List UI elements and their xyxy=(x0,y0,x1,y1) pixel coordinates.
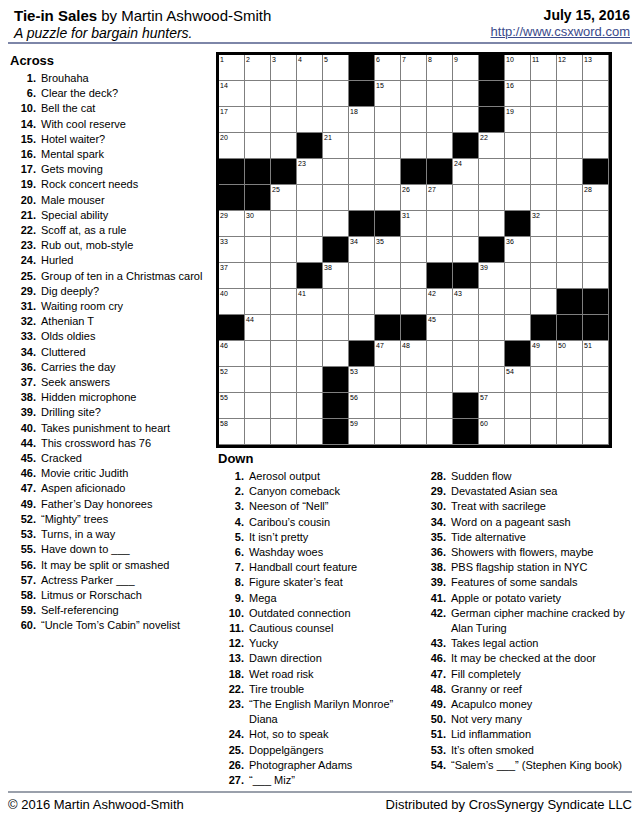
black-cell xyxy=(453,419,479,445)
grid-cell[interactable] xyxy=(271,237,297,263)
grid-cell[interactable]: 9 xyxy=(453,55,479,81)
clue-text: It may be split or smashed xyxy=(41,558,215,573)
grid-cell[interactable] xyxy=(271,107,297,133)
black-cell xyxy=(583,159,609,185)
grid-cell[interactable] xyxy=(323,81,349,107)
grid-cell[interactable]: 10 xyxy=(505,55,531,81)
grid-cell[interactable] xyxy=(375,263,401,289)
cell-number: 26 xyxy=(402,185,410,194)
grid-cell[interactable] xyxy=(531,289,557,315)
grid-cell[interactable] xyxy=(505,315,531,341)
grid-cell[interactable]: 53 xyxy=(349,367,375,393)
clue-text: “___ Miz” xyxy=(249,773,420,788)
clue-text: Tide alternative xyxy=(451,530,632,545)
grid-cell[interactable]: 8 xyxy=(427,55,453,81)
clue: 9.Mega xyxy=(218,591,420,606)
crossword-grid: 1234567891011121314151617181920212223242… xyxy=(216,52,612,448)
clue-text: It’s often smoked xyxy=(451,743,632,758)
grid-cell[interactable] xyxy=(323,315,349,341)
grid-cell[interactable] xyxy=(323,107,349,133)
grid-cell[interactable]: 46 xyxy=(219,341,245,367)
grid-cell[interactable]: 35 xyxy=(375,237,401,263)
clue-number: 32. xyxy=(10,314,36,329)
clue-text: Neeson of “Nell” xyxy=(249,499,420,514)
grid-cell[interactable] xyxy=(427,393,453,419)
grid-cell[interactable] xyxy=(245,367,271,393)
clue-number: 11. xyxy=(218,621,244,636)
grid-cell[interactable] xyxy=(583,107,609,133)
clue-text: Not very many xyxy=(451,712,632,727)
grid-cell[interactable] xyxy=(271,419,297,445)
grid-cell[interactable] xyxy=(245,133,271,159)
grid-cell[interactable] xyxy=(271,211,297,237)
grid-cell[interactable]: 25 xyxy=(271,185,297,211)
grid-cell[interactable] xyxy=(245,393,271,419)
clue: 51.Lid inflammation xyxy=(420,727,632,742)
grid-cell[interactable] xyxy=(453,237,479,263)
black-cell xyxy=(245,185,271,211)
grid-cell[interactable] xyxy=(427,341,453,367)
grid-cell[interactable]: 26 xyxy=(401,185,427,211)
clue-number: 45. xyxy=(10,451,36,466)
clue-text: Litmus or Rorschach xyxy=(41,588,215,603)
grid-cell[interactable]: 39 xyxy=(479,263,505,289)
grid-cell[interactable] xyxy=(271,367,297,393)
grid-cell[interactable] xyxy=(531,185,557,211)
grid-cell[interactable] xyxy=(323,211,349,237)
grid-cell[interactable] xyxy=(349,289,375,315)
black-cell xyxy=(349,211,375,237)
grid-cell[interactable] xyxy=(401,237,427,263)
grid-cell[interactable] xyxy=(297,367,323,393)
grid-cell[interactable] xyxy=(297,185,323,211)
grid-cell[interactable] xyxy=(557,419,583,445)
clue-text: Hot, so to speak xyxy=(249,727,420,742)
grid-cell[interactable]: 23 xyxy=(297,159,323,185)
clue-number: 20. xyxy=(10,193,36,208)
grid-cell[interactable] xyxy=(557,159,583,185)
grid-cell[interactable] xyxy=(245,263,271,289)
grid-cell[interactable]: 24 xyxy=(453,159,479,185)
black-cell xyxy=(505,341,531,367)
grid-cell[interactable] xyxy=(583,367,609,393)
grid-cell[interactable]: 55 xyxy=(219,393,245,419)
clue-number: 5. xyxy=(218,530,244,545)
grid-cell[interactable]: 1 xyxy=(219,55,245,81)
grid-cell[interactable] xyxy=(557,367,583,393)
grid-cell[interactable] xyxy=(297,237,323,263)
grid-cell[interactable] xyxy=(349,133,375,159)
grid-cell[interactable] xyxy=(583,263,609,289)
grid-cell[interactable]: 52 xyxy=(219,367,245,393)
grid-cell[interactable] xyxy=(557,237,583,263)
grid-cell[interactable]: 40 xyxy=(219,289,245,315)
clue-number: 10. xyxy=(218,606,244,621)
clue-text: Hidden microphone xyxy=(41,390,215,405)
grid-cell[interactable]: 30 xyxy=(245,211,271,237)
grid-cell[interactable] xyxy=(531,159,557,185)
grid-cell[interactable]: 34 xyxy=(349,237,375,263)
grid-cell[interactable] xyxy=(297,211,323,237)
grid-cell[interactable] xyxy=(583,419,609,445)
grid-cell[interactable] xyxy=(583,393,609,419)
grid-cell[interactable]: 48 xyxy=(401,341,427,367)
grid-cell[interactable] xyxy=(557,107,583,133)
grid-cell[interactable] xyxy=(531,107,557,133)
clue-number: 42. xyxy=(420,606,446,636)
clue-text: Actress Parker ___ xyxy=(41,573,215,588)
cell-number: 28 xyxy=(584,185,592,194)
grid-cell[interactable] xyxy=(427,81,453,107)
clue-text: Lid inflammation xyxy=(451,727,632,742)
grid-cell[interactable] xyxy=(245,237,271,263)
clue-number: 37. xyxy=(10,375,36,390)
grid-cell[interactable]: 42 xyxy=(427,289,453,315)
clue: 49.Father’s Day honorees xyxy=(10,497,215,512)
grid-cell[interactable] xyxy=(583,237,609,263)
grid-cell[interactable]: 3 xyxy=(271,55,297,81)
clue-text: Aspen aficionado xyxy=(41,481,215,496)
grid-cell[interactable] xyxy=(349,263,375,289)
black-cell xyxy=(427,263,453,289)
clue-number: 12. xyxy=(218,636,244,651)
clue: 27.“___ Miz” xyxy=(218,773,420,788)
across-clue-list: 1.Brouhaha6.Clear the deck?10.Bell the c… xyxy=(10,71,215,634)
grid-cell[interactable] xyxy=(349,159,375,185)
grid-cell[interactable] xyxy=(427,133,453,159)
grid-cell[interactable] xyxy=(401,107,427,133)
grid-cell[interactable] xyxy=(427,107,453,133)
grid-cell[interactable] xyxy=(583,81,609,107)
grid-cell[interactable] xyxy=(375,107,401,133)
grid-cell[interactable]: 19 xyxy=(505,107,531,133)
clue: 31.Waiting room cry xyxy=(10,299,215,314)
grid-cell[interactable] xyxy=(557,133,583,159)
grid-cell[interactable] xyxy=(479,185,505,211)
grid-cell[interactable] xyxy=(505,185,531,211)
grid-cell[interactable] xyxy=(245,419,271,445)
grid-cell[interactable] xyxy=(297,393,323,419)
grid-cell[interactable]: 59 xyxy=(349,419,375,445)
grid-cell[interactable] xyxy=(453,81,479,107)
clue: 8.Figure skater’s feat xyxy=(218,575,420,590)
grid-cell[interactable] xyxy=(505,159,531,185)
grid-cell[interactable] xyxy=(297,81,323,107)
grid-cell[interactable] xyxy=(271,393,297,419)
clue: 39.Features of some sandals xyxy=(420,575,632,590)
clue-number: 23. xyxy=(218,697,244,727)
grid-cell[interactable]: 14 xyxy=(219,81,245,107)
grid-cell[interactable]: 37 xyxy=(219,263,245,289)
cell-number: 16 xyxy=(506,81,514,90)
grid-cell[interactable]: 51 xyxy=(583,341,609,367)
grid-cell[interactable]: 6 xyxy=(375,55,401,81)
grid-cell[interactable] xyxy=(453,367,479,393)
clue: 1.Brouhaha xyxy=(10,71,215,86)
clue-text: “The English Marilyn Monroe” Diana xyxy=(249,697,420,727)
grid-cell[interactable] xyxy=(271,81,297,107)
clue: 33.Olds oldies xyxy=(10,329,215,344)
clue-number: 48. xyxy=(420,682,446,697)
cell-number: 55 xyxy=(220,393,228,402)
grid-cell[interactable] xyxy=(479,315,505,341)
grid-cell[interactable] xyxy=(375,393,401,419)
grid-cell[interactable]: 28 xyxy=(583,185,609,211)
clue-text: Cautious counsel xyxy=(249,621,420,636)
grid-cell[interactable]: 41 xyxy=(297,289,323,315)
grid-cell[interactable] xyxy=(479,211,505,237)
grid-cell[interactable] xyxy=(375,367,401,393)
down-columns: 1.Aerosol output2.Canyon comeback3.Neeso… xyxy=(218,469,632,788)
grid-cell[interactable] xyxy=(323,341,349,367)
clue-text: “Mighty” trees xyxy=(41,512,215,527)
clue-number: 36. xyxy=(420,545,446,560)
grid-cell[interactable] xyxy=(427,211,453,237)
grid-cell[interactable]: 17 xyxy=(219,107,245,133)
grid-cell[interactable] xyxy=(245,341,271,367)
grid-cell[interactable] xyxy=(401,133,427,159)
black-cell xyxy=(219,185,245,211)
cell-number: 53 xyxy=(350,367,358,376)
clue-number: 30. xyxy=(420,499,446,514)
grid-cell[interactable]: 50 xyxy=(557,341,583,367)
grid-cell[interactable] xyxy=(297,419,323,445)
grid-cell[interactable]: 44 xyxy=(245,315,271,341)
grid-cell[interactable]: 20 xyxy=(219,133,245,159)
grid-cell[interactable]: 31 xyxy=(401,211,427,237)
clue-text: Apple or potato variety xyxy=(451,591,632,606)
clue: 20.Male mouser xyxy=(10,193,215,208)
grid-cell[interactable]: 45 xyxy=(427,315,453,341)
grid-cell[interactable]: 54 xyxy=(505,367,531,393)
grid-cell[interactable]: 33 xyxy=(219,237,245,263)
clue-number: 29. xyxy=(420,484,446,499)
grid-cell[interactable] xyxy=(531,133,557,159)
clue-text: Fill completely xyxy=(451,667,632,682)
grid-cell[interactable]: 5 xyxy=(323,55,349,81)
clue: 52.“Mighty” trees xyxy=(10,512,215,527)
grid-cell[interactable]: 43 xyxy=(453,289,479,315)
clue: 6.Clear the deck? xyxy=(10,86,215,101)
grid-cell[interactable] xyxy=(401,419,427,445)
clue: 35.Tide alternative xyxy=(420,530,632,545)
header-right: July 15, 2016 http://www.csxword.com xyxy=(491,7,630,40)
cell-number: 60 xyxy=(480,419,488,428)
grid-cell[interactable]: 13 xyxy=(583,55,609,81)
grid-cell[interactable] xyxy=(505,289,531,315)
grid-cell[interactable] xyxy=(323,159,349,185)
clue-number: 1. xyxy=(10,71,36,86)
grid-cell[interactable] xyxy=(531,393,557,419)
grid-cell[interactable] xyxy=(557,81,583,107)
clue: 59.Self-referencing xyxy=(10,603,215,618)
grid-cell[interactable] xyxy=(427,367,453,393)
clue-number: 34. xyxy=(420,515,446,530)
grid-cell[interactable] xyxy=(479,159,505,185)
grid-cell[interactable] xyxy=(375,289,401,315)
grid-cell[interactable]: 7 xyxy=(401,55,427,81)
puzzle-date: July 15, 2016 xyxy=(491,7,630,24)
clue: 60.“Uncle Tom’s Cabin” novelist xyxy=(10,618,215,633)
grid-cell[interactable] xyxy=(453,185,479,211)
grid-cell[interactable]: 38 xyxy=(323,263,349,289)
grid-cell[interactable] xyxy=(557,393,583,419)
grid-cell[interactable] xyxy=(375,185,401,211)
grid-cell[interactable] xyxy=(245,107,271,133)
clue: 38.Hidden microphone xyxy=(10,390,215,405)
clue-number: 40. xyxy=(10,421,36,436)
grid-cell[interactable]: 12 xyxy=(557,55,583,81)
clue-number: 24. xyxy=(218,727,244,742)
grid-cell[interactable] xyxy=(401,263,427,289)
grid-cell[interactable] xyxy=(271,315,297,341)
grid-cell[interactable] xyxy=(505,133,531,159)
grid-cell[interactable] xyxy=(401,289,427,315)
grid-cell[interactable] xyxy=(401,81,427,107)
cell-number: 10 xyxy=(506,55,514,64)
grid-cell[interactable]: 29 xyxy=(219,211,245,237)
clue-text: Drilling site? xyxy=(41,405,215,420)
grid-cell[interactable] xyxy=(401,367,427,393)
grid-cell[interactable] xyxy=(531,367,557,393)
clue: 50.Not very many xyxy=(420,712,632,727)
grid-cell[interactable] xyxy=(271,341,297,367)
clue-text: Hurled xyxy=(41,253,215,268)
grid-cell[interactable] xyxy=(479,367,505,393)
black-cell xyxy=(219,159,245,185)
grid-cell[interactable]: 36 xyxy=(505,237,531,263)
grid-cell[interactable]: 56 xyxy=(349,393,375,419)
grid-cell[interactable] xyxy=(297,341,323,367)
grid-cell[interactable]: 21 xyxy=(323,133,349,159)
grid-cell[interactable] xyxy=(401,393,427,419)
grid-cell[interactable] xyxy=(323,185,349,211)
clue-text: Devastated Asian sea xyxy=(451,484,632,499)
clue-text: Scoff at, as a rule xyxy=(41,223,215,238)
clue-text: “Uncle Tom’s Cabin” novelist xyxy=(41,618,215,633)
grid-cell[interactable] xyxy=(557,263,583,289)
distributor-text: Distributed by CrosSynergy Syndicate LLC xyxy=(386,797,632,812)
clue-number: 10. xyxy=(10,101,36,116)
clue-text: Mental spark xyxy=(41,147,215,162)
grid-cell[interactable] xyxy=(505,393,531,419)
clue-number: 26. xyxy=(218,758,244,773)
grid-cell[interactable] xyxy=(453,341,479,367)
grid-cell[interactable] xyxy=(245,81,271,107)
clue-text: Mega xyxy=(249,591,420,606)
grid-cell[interactable]: 16 xyxy=(505,81,531,107)
grid-cell[interactable] xyxy=(375,133,401,159)
grid-cell[interactable] xyxy=(557,185,583,211)
grid-cell[interactable] xyxy=(479,341,505,367)
grid-cell[interactable] xyxy=(349,185,375,211)
footer: © 2016 Martin Ashwood-Smith Distributed … xyxy=(8,791,632,812)
grid-cell[interactable] xyxy=(583,211,609,237)
clue-text: Caribou’s cousin xyxy=(249,515,420,530)
grid-cell[interactable] xyxy=(297,107,323,133)
cell-number: 22 xyxy=(480,133,488,142)
grid-cell[interactable]: 49 xyxy=(531,341,557,367)
cell-number: 34 xyxy=(350,237,358,246)
clue: 41.Apple or potato variety xyxy=(420,591,632,606)
grid-cell[interactable] xyxy=(245,289,271,315)
grid-cell[interactable] xyxy=(583,133,609,159)
clue: 47.Fill completely xyxy=(420,667,632,682)
cell-number: 30 xyxy=(246,211,254,220)
grid-cell[interactable] xyxy=(271,133,297,159)
grid-cell[interactable]: 47 xyxy=(375,341,401,367)
grid-cell[interactable] xyxy=(531,81,557,107)
grid-cell[interactable] xyxy=(297,315,323,341)
clue-number: 9. xyxy=(218,591,244,606)
grid-cell[interactable]: 32 xyxy=(531,211,557,237)
grid-cell[interactable] xyxy=(531,263,557,289)
grid-cell[interactable] xyxy=(557,211,583,237)
grid-cell[interactable]: 11 xyxy=(531,55,557,81)
grid-cell[interactable] xyxy=(453,315,479,341)
clue: 53.It’s often smoked xyxy=(420,743,632,758)
black-cell xyxy=(349,81,375,107)
clue: 55.Have down to ___ xyxy=(10,542,215,557)
grid-cell[interactable] xyxy=(453,211,479,237)
grid-cell[interactable]: 58 xyxy=(219,419,245,445)
cell-number: 33 xyxy=(220,237,228,246)
clue: 14.With cool reserve xyxy=(10,117,215,132)
black-cell xyxy=(219,315,245,341)
grid-cell[interactable] xyxy=(531,237,557,263)
clue-number: 38. xyxy=(10,390,36,405)
grid-cell[interactable] xyxy=(271,289,297,315)
grid-cell[interactable]: 60 xyxy=(479,419,505,445)
cell-number: 47 xyxy=(376,341,384,350)
clue: 30.Treat with sacrilege xyxy=(420,499,632,514)
grid-cell[interactable]: 18 xyxy=(349,107,375,133)
clue-text: Special ability xyxy=(41,208,215,223)
grid-cell[interactable] xyxy=(531,419,557,445)
website-link[interactable]: http://www.csxword.com xyxy=(491,24,630,40)
clue-number: 44. xyxy=(10,436,36,451)
grid-cell[interactable]: 27 xyxy=(427,185,453,211)
clue-text: Canyon comeback xyxy=(249,484,420,499)
grid-cell[interactable] xyxy=(505,263,531,289)
grid-cell[interactable]: 2 xyxy=(245,55,271,81)
grid-cell[interactable]: 15 xyxy=(375,81,401,107)
grid-cell[interactable]: 22 xyxy=(479,133,505,159)
clue: 6.Washday woes xyxy=(218,545,420,560)
grid-cell[interactable] xyxy=(453,107,479,133)
grid-cell[interactable] xyxy=(479,289,505,315)
clue: 39.Drilling site? xyxy=(10,405,215,420)
grid-cell[interactable] xyxy=(271,263,297,289)
clue-text: Yucky xyxy=(249,636,420,651)
grid-cell[interactable] xyxy=(505,419,531,445)
clue-number: 2. xyxy=(218,484,244,499)
clue-text: Doppelgängers xyxy=(249,743,420,758)
clue: 29.Dig deeply? xyxy=(10,284,215,299)
cell-number: 17 xyxy=(220,107,228,116)
grid-cell[interactable] xyxy=(323,289,349,315)
grid-cell[interactable]: 57 xyxy=(479,393,505,419)
grid-cell[interactable] xyxy=(427,419,453,445)
grid-cell[interactable] xyxy=(375,159,401,185)
grid-cell[interactable] xyxy=(427,237,453,263)
clue-number: 3. xyxy=(218,499,244,514)
clue-number: 34. xyxy=(10,345,36,360)
clue-text: Tire trouble xyxy=(249,682,420,697)
grid-cell[interactable]: 4 xyxy=(297,55,323,81)
grid-cell[interactable] xyxy=(349,315,375,341)
grid-cell[interactable] xyxy=(375,419,401,445)
